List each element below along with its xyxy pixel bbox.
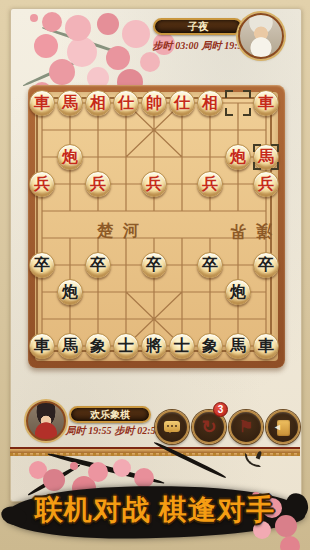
- piece-black[interactable]: 卒: [253, 252, 279, 278]
- piece-black[interactable]: 馬: [225, 333, 251, 359]
- piece-red[interactable]: 兵: [141, 171, 167, 197]
- piece-red[interactable]: 仕: [113, 90, 139, 116]
- piece-black[interactable]: 象: [85, 333, 111, 359]
- piece-red[interactable]: 炮: [57, 144, 83, 170]
- piece-black[interactable]: 士: [169, 333, 195, 359]
- exit-door-icon: [277, 420, 290, 436]
- opponent-name: 子夜: [188, 20, 209, 32]
- piece-black[interactable]: 車: [253, 333, 279, 359]
- piece-black[interactable]: 車: [29, 333, 55, 359]
- piece-red[interactable]: 炮: [225, 144, 251, 170]
- opponent-avatar[interactable]: [238, 13, 284, 59]
- player-name: 欢乐象棋: [90, 409, 130, 420]
- player-timers: 局时 19:55 步时 02:55: [58, 424, 168, 438]
- piece-black[interactable]: 象: [197, 333, 223, 359]
- draw-request-button[interactable]: ⚑: [229, 410, 263, 444]
- piece-black[interactable]: 炮: [57, 279, 83, 305]
- undo-count-badge: 3: [213, 402, 228, 417]
- flag-icon: ⚑: [231, 412, 261, 442]
- opponent-game-time-label: 局时: [201, 40, 221, 51]
- plum-blossom-decoration: [70, 462, 78, 470]
- piece-red[interactable]: 馬: [57, 90, 83, 116]
- piece-red[interactable]: 車: [29, 90, 55, 116]
- piece-red[interactable]: 相: [85, 90, 111, 116]
- player-game-time: 19:55: [88, 425, 111, 436]
- opponent-move-time: 03:00: [175, 40, 198, 51]
- piece-red[interactable]: 兵: [85, 171, 111, 197]
- player-name-plate: 欢乐象棋: [69, 406, 151, 423]
- player-move-time-label: 步时: [114, 425, 134, 436]
- promo-banner-text: 联机对战 棋逢对手: [0, 491, 310, 529]
- piece-black[interactable]: 卒: [197, 252, 223, 278]
- piece-black[interactable]: 卒: [141, 252, 167, 278]
- piece-black[interactable]: 炮: [225, 279, 251, 305]
- piece-grid: 車馬相仕帥仕相車炮炮馬兵兵兵兵兵卒卒卒卒卒炮炮車馬象士將士象馬車: [28, 89, 280, 359]
- exit-button[interactable]: [266, 410, 300, 444]
- piece-black[interactable]: 將: [141, 333, 167, 359]
- piece-black[interactable]: 士: [113, 333, 139, 359]
- piece-red[interactable]: 仕: [169, 90, 195, 116]
- chat-bubble-icon: [164, 421, 180, 432]
- piece-red[interactable]: 馬: [253, 144, 279, 170]
- chat-button[interactable]: [155, 410, 189, 444]
- plum-blossom-decoration: [30, 14, 38, 22]
- piece-red[interactable]: 相: [197, 90, 223, 116]
- crane-bird-decoration: [243, 451, 261, 467]
- player-game-time-label: 局时: [65, 425, 85, 436]
- piece-black[interactable]: 卒: [85, 252, 111, 278]
- piece-red[interactable]: 車: [253, 90, 279, 116]
- piece-black[interactable]: 馬: [57, 333, 83, 359]
- piece-black[interactable]: 卒: [29, 252, 55, 278]
- piece-red[interactable]: 兵: [197, 171, 223, 197]
- piece-red[interactable]: 兵: [29, 171, 55, 197]
- opponent-move-time-label: 步时: [152, 40, 172, 51]
- piece-red[interactable]: 帥: [141, 90, 167, 116]
- opponent-timers: 步时 03:00 局时 19:55: [150, 39, 250, 53]
- piece-red[interactable]: 兵: [253, 171, 279, 197]
- opponent-name-plate: 子夜: [153, 18, 243, 35]
